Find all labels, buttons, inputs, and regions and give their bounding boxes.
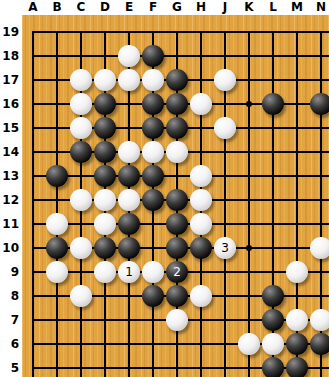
col-label-M: M bbox=[285, 0, 309, 15]
intersection-K17[interactable] bbox=[237, 68, 261, 92]
intersection-A13[interactable] bbox=[21, 164, 45, 188]
go-board-diagram: 312 ABCDEFGHJKLMN19181716151413121110987… bbox=[0, 0, 329, 377]
intersection-M7[interactable] bbox=[285, 308, 309, 332]
intersection-M11[interactable] bbox=[285, 212, 309, 236]
intersection-N7[interactable] bbox=[309, 308, 329, 332]
intersection-G17[interactable] bbox=[165, 68, 189, 92]
intersection-L17[interactable] bbox=[261, 68, 285, 92]
row-label-18: 18 bbox=[0, 48, 19, 64]
intersection-J10[interactable]: 3 bbox=[213, 236, 237, 260]
stone-black-D16 bbox=[94, 93, 116, 115]
intersection-H5[interactable] bbox=[189, 356, 213, 377]
intersection-H14[interactable] bbox=[189, 140, 213, 164]
stone-white-H11 bbox=[190, 213, 212, 235]
stone-white-H13 bbox=[190, 165, 212, 187]
stone-white-M7 bbox=[286, 309, 308, 331]
intersection-G6[interactable] bbox=[165, 332, 189, 356]
row-label-11: 11 bbox=[0, 216, 19, 232]
intersection-C19[interactable] bbox=[69, 20, 93, 44]
intersection-F19[interactable] bbox=[141, 20, 165, 44]
stone-white-C15 bbox=[70, 117, 92, 139]
row-label-14: 14 bbox=[0, 144, 19, 160]
col-label-E: E bbox=[117, 0, 141, 15]
intersection-G19[interactable] bbox=[165, 20, 189, 44]
intersection-B13[interactable] bbox=[45, 164, 69, 188]
intersection-B15[interactable] bbox=[45, 116, 69, 140]
col-label-K: K bbox=[237, 0, 261, 15]
intersection-C17[interactable] bbox=[69, 68, 93, 92]
row-label-5: 5 bbox=[0, 360, 19, 376]
intersection-L13[interactable] bbox=[261, 164, 285, 188]
intersection-N5[interactable] bbox=[309, 356, 329, 377]
intersection-N12[interactable] bbox=[309, 188, 329, 212]
stone-black-N16 bbox=[310, 93, 329, 115]
intersection-B18[interactable] bbox=[45, 44, 69, 68]
intersection-J17[interactable] bbox=[213, 68, 237, 92]
intersection-J16[interactable] bbox=[213, 92, 237, 116]
intersection-C9[interactable] bbox=[69, 260, 93, 284]
col-label-L: L bbox=[261, 0, 285, 15]
stone-white-D12 bbox=[94, 189, 116, 211]
intersection-G11[interactable] bbox=[165, 212, 189, 236]
intersection-E7[interactable] bbox=[117, 308, 141, 332]
stone-black-D14 bbox=[94, 141, 116, 163]
intersection-N9[interactable] bbox=[309, 260, 329, 284]
row-label-9: 9 bbox=[0, 264, 19, 280]
intersection-B7[interactable] bbox=[45, 308, 69, 332]
intersection-C6[interactable] bbox=[69, 332, 93, 356]
stone-white-C10 bbox=[70, 237, 92, 259]
intersection-E13[interactable] bbox=[117, 164, 141, 188]
intersection-H9[interactable] bbox=[189, 260, 213, 284]
intersection-C14[interactable] bbox=[69, 140, 93, 164]
intersection-G13[interactable] bbox=[165, 164, 189, 188]
intersection-A6[interactable] bbox=[21, 332, 45, 356]
stone-white-J15 bbox=[214, 117, 236, 139]
stone-white-M9 bbox=[286, 261, 308, 283]
stone-white-E17 bbox=[118, 69, 140, 91]
intersection-E17[interactable] bbox=[117, 68, 141, 92]
intersection-B9[interactable] bbox=[45, 260, 69, 284]
intersection-J14[interactable] bbox=[213, 140, 237, 164]
row-label-15: 15 bbox=[0, 120, 19, 136]
intersection-J15[interactable] bbox=[213, 116, 237, 140]
intersection-H15[interactable] bbox=[189, 116, 213, 140]
col-label-J: J bbox=[213, 0, 237, 15]
intersection-A11[interactable] bbox=[21, 212, 45, 236]
stone-black-F12 bbox=[142, 189, 164, 211]
stone-black-G8 bbox=[166, 285, 188, 307]
intersection-N10[interactable] bbox=[309, 236, 329, 260]
stone-white-E14 bbox=[118, 141, 140, 163]
intersection-N16[interactable] bbox=[309, 92, 329, 116]
stone-white-C12 bbox=[70, 189, 92, 211]
stone-black-D10 bbox=[94, 237, 116, 259]
stone-black-L5 bbox=[262, 357, 284, 377]
intersection-C7[interactable] bbox=[69, 308, 93, 332]
stone-black-M6 bbox=[286, 333, 308, 355]
row-label-19: 19 bbox=[0, 24, 19, 40]
intersection-M8[interactable] bbox=[285, 284, 309, 308]
intersection-D10[interactable] bbox=[93, 236, 117, 260]
intersection-D8[interactable] bbox=[93, 284, 117, 308]
intersection-G10[interactable] bbox=[165, 236, 189, 260]
intersection-A12[interactable] bbox=[21, 188, 45, 212]
col-label-H: H bbox=[189, 0, 213, 15]
stone-black-M5 bbox=[286, 357, 308, 377]
intersection-B12[interactable] bbox=[45, 188, 69, 212]
intersection-M9[interactable] bbox=[285, 260, 309, 284]
stone-black-G16 bbox=[166, 93, 188, 115]
intersection-K7[interactable] bbox=[237, 308, 261, 332]
stone-black-E11 bbox=[118, 213, 140, 235]
intersection-F17[interactable] bbox=[141, 68, 165, 92]
intersection-D16[interactable] bbox=[93, 92, 117, 116]
intersection-L11[interactable] bbox=[261, 212, 285, 236]
intersection-B8[interactable] bbox=[45, 284, 69, 308]
intersection-J8[interactable] bbox=[213, 284, 237, 308]
intersection-B5[interactable] bbox=[45, 356, 69, 377]
col-label-B: B bbox=[45, 0, 69, 15]
intersection-F16[interactable] bbox=[141, 92, 165, 116]
intersection-M12[interactable] bbox=[285, 188, 309, 212]
intersection-K11[interactable] bbox=[237, 212, 261, 236]
intersection-A14[interactable] bbox=[21, 140, 45, 164]
intersection-G15[interactable] bbox=[165, 116, 189, 140]
intersection-K15[interactable] bbox=[237, 116, 261, 140]
stone-white-F17 bbox=[142, 69, 164, 91]
intersection-L10[interactable] bbox=[261, 236, 285, 260]
intersection-H13[interactable] bbox=[189, 164, 213, 188]
intersection-A8[interactable] bbox=[21, 284, 45, 308]
intersection-C5[interactable] bbox=[69, 356, 93, 377]
board-grid: 312 bbox=[21, 20, 329, 377]
intersection-M16[interactable] bbox=[285, 92, 309, 116]
stone-white-J10: 3 bbox=[214, 237, 236, 259]
intersection-K5[interactable] bbox=[237, 356, 261, 377]
intersection-N17[interactable] bbox=[309, 68, 329, 92]
stone-white-N7 bbox=[310, 309, 329, 331]
intersection-M5[interactable] bbox=[285, 356, 309, 377]
intersection-N8[interactable] bbox=[309, 284, 329, 308]
stone-white-D17 bbox=[94, 69, 116, 91]
intersection-F18[interactable] bbox=[141, 44, 165, 68]
intersection-L12[interactable] bbox=[261, 188, 285, 212]
intersection-K13[interactable] bbox=[237, 164, 261, 188]
row-label-17: 17 bbox=[0, 72, 19, 88]
stone-white-F14 bbox=[142, 141, 164, 163]
intersection-D9[interactable] bbox=[93, 260, 117, 284]
intersection-B19[interactable] bbox=[45, 20, 69, 44]
intersection-H18[interactable] bbox=[189, 44, 213, 68]
stone-white-G14 bbox=[166, 141, 188, 163]
intersection-B16[interactable] bbox=[45, 92, 69, 116]
intersection-D6[interactable] bbox=[93, 332, 117, 356]
intersection-E14[interactable] bbox=[117, 140, 141, 164]
intersection-J9[interactable] bbox=[213, 260, 237, 284]
row-label-7: 7 bbox=[0, 312, 19, 328]
intersection-C11[interactable] bbox=[69, 212, 93, 236]
intersection-L16[interactable] bbox=[261, 92, 285, 116]
intersection-A9[interactable] bbox=[21, 260, 45, 284]
intersection-A15[interactable] bbox=[21, 116, 45, 140]
intersection-G5[interactable] bbox=[165, 356, 189, 377]
stone-black-D15 bbox=[94, 117, 116, 139]
intersection-A16[interactable] bbox=[21, 92, 45, 116]
intersection-F5[interactable] bbox=[141, 356, 165, 377]
stone-black-H10 bbox=[190, 237, 212, 259]
intersection-E12[interactable] bbox=[117, 188, 141, 212]
intersection-N18[interactable] bbox=[309, 44, 329, 68]
stone-black-C14 bbox=[70, 141, 92, 163]
intersection-E5[interactable] bbox=[117, 356, 141, 377]
intersection-K16[interactable] bbox=[237, 92, 261, 116]
intersection-A10[interactable] bbox=[21, 236, 45, 260]
intersection-H19[interactable] bbox=[189, 20, 213, 44]
stone-white-E9: 1 bbox=[118, 261, 140, 283]
stone-black-G12 bbox=[166, 189, 188, 211]
stone-black-E10 bbox=[118, 237, 140, 259]
intersection-J18[interactable] bbox=[213, 44, 237, 68]
intersection-A5[interactable] bbox=[21, 356, 45, 377]
stone-black-E13 bbox=[118, 165, 140, 187]
intersection-F15[interactable] bbox=[141, 116, 165, 140]
stone-white-H16 bbox=[190, 93, 212, 115]
intersection-C10[interactable] bbox=[69, 236, 93, 260]
intersection-F14[interactable] bbox=[141, 140, 165, 164]
intersection-K19[interactable] bbox=[237, 20, 261, 44]
intersection-C13[interactable] bbox=[69, 164, 93, 188]
intersection-J6[interactable] bbox=[213, 332, 237, 356]
col-label-A: A bbox=[21, 0, 45, 15]
intersection-K8[interactable] bbox=[237, 284, 261, 308]
stone-black-G17 bbox=[166, 69, 188, 91]
stone-white-G7 bbox=[166, 309, 188, 331]
intersection-G8[interactable] bbox=[165, 284, 189, 308]
intersection-D18[interactable] bbox=[93, 44, 117, 68]
stone-white-D9 bbox=[94, 261, 116, 283]
intersection-B6[interactable] bbox=[45, 332, 69, 356]
stone-white-F9 bbox=[142, 261, 164, 283]
intersection-F10[interactable] bbox=[141, 236, 165, 260]
intersection-N13[interactable] bbox=[309, 164, 329, 188]
intersection-H17[interactable] bbox=[189, 68, 213, 92]
row-label-8: 8 bbox=[0, 288, 19, 304]
intersection-H7[interactable] bbox=[189, 308, 213, 332]
intersection-J11[interactable] bbox=[213, 212, 237, 236]
intersection-D12[interactable] bbox=[93, 188, 117, 212]
intersection-D5[interactable] bbox=[93, 356, 117, 377]
intersection-F12[interactable] bbox=[141, 188, 165, 212]
row-label-6: 6 bbox=[0, 336, 19, 352]
intersection-J5[interactable] bbox=[213, 356, 237, 377]
intersection-L8[interactable] bbox=[261, 284, 285, 308]
stone-black-F16 bbox=[142, 93, 164, 115]
intersection-L9[interactable] bbox=[261, 260, 285, 284]
stone-black-D13 bbox=[94, 165, 116, 187]
stone-white-J17 bbox=[214, 69, 236, 91]
stone-black-B13 bbox=[46, 165, 68, 187]
intersection-D17[interactable] bbox=[93, 68, 117, 92]
intersection-D19[interactable] bbox=[93, 20, 117, 44]
col-label-N: N bbox=[309, 0, 329, 15]
intersection-E10[interactable] bbox=[117, 236, 141, 260]
intersection-M6[interactable] bbox=[285, 332, 309, 356]
intersection-M13[interactable] bbox=[285, 164, 309, 188]
intersection-G12[interactable] bbox=[165, 188, 189, 212]
stone-black-G15 bbox=[166, 117, 188, 139]
intersection-K12[interactable] bbox=[237, 188, 261, 212]
intersection-E6[interactable] bbox=[117, 332, 141, 356]
intersection-C15[interactable] bbox=[69, 116, 93, 140]
intersection-M17[interactable] bbox=[285, 68, 309, 92]
stone-black-F8 bbox=[142, 285, 164, 307]
intersection-N15[interactable] bbox=[309, 116, 329, 140]
col-label-C: C bbox=[69, 0, 93, 15]
stone-white-N10 bbox=[310, 237, 329, 259]
move-number-1: 1 bbox=[125, 265, 133, 279]
col-label-F: F bbox=[141, 0, 165, 15]
intersection-M10[interactable] bbox=[285, 236, 309, 260]
intersection-K14[interactable] bbox=[237, 140, 261, 164]
intersection-M18[interactable] bbox=[285, 44, 309, 68]
intersection-L14[interactable] bbox=[261, 140, 285, 164]
star-point-K10 bbox=[246, 245, 252, 251]
intersection-F9[interactable] bbox=[141, 260, 165, 284]
intersection-C18[interactable] bbox=[69, 44, 93, 68]
intersection-B17[interactable] bbox=[45, 68, 69, 92]
intersection-H11[interactable] bbox=[189, 212, 213, 236]
stone-black-F15 bbox=[142, 117, 164, 139]
intersection-E8[interactable] bbox=[117, 284, 141, 308]
intersection-B14[interactable] bbox=[45, 140, 69, 164]
intersection-E9[interactable]: 1 bbox=[117, 260, 141, 284]
stone-black-N6 bbox=[310, 333, 329, 355]
intersection-C16[interactable] bbox=[69, 92, 93, 116]
intersection-C8[interactable] bbox=[69, 284, 93, 308]
stone-white-H12 bbox=[190, 189, 212, 211]
intersection-C12[interactable] bbox=[69, 188, 93, 212]
stone-black-B10 bbox=[46, 237, 68, 259]
intersection-L19[interactable] bbox=[261, 20, 285, 44]
intersection-K10[interactable] bbox=[237, 236, 261, 260]
intersection-K6[interactable] bbox=[237, 332, 261, 356]
intersection-A19[interactable] bbox=[21, 20, 45, 44]
intersection-G14[interactable] bbox=[165, 140, 189, 164]
intersection-H12[interactable] bbox=[189, 188, 213, 212]
intersection-N11[interactable] bbox=[309, 212, 329, 236]
move-number-2: 2 bbox=[173, 265, 181, 279]
intersection-M14[interactable] bbox=[285, 140, 309, 164]
stone-white-E18 bbox=[118, 45, 140, 67]
stone-black-F18 bbox=[142, 45, 164, 67]
stone-black-L8 bbox=[262, 285, 284, 307]
intersection-M19[interactable] bbox=[285, 20, 309, 44]
intersection-J7[interactable] bbox=[213, 308, 237, 332]
row-label-12: 12 bbox=[0, 192, 19, 208]
intersection-F8[interactable] bbox=[141, 284, 165, 308]
stone-black-L7 bbox=[262, 309, 284, 331]
intersection-H16[interactable] bbox=[189, 92, 213, 116]
move-number-3: 3 bbox=[221, 241, 229, 255]
intersection-K9[interactable] bbox=[237, 260, 261, 284]
intersection-K18[interactable] bbox=[237, 44, 261, 68]
intersection-L5[interactable] bbox=[261, 356, 285, 377]
intersection-F6[interactable] bbox=[141, 332, 165, 356]
intersection-M15[interactable] bbox=[285, 116, 309, 140]
intersection-F11[interactable] bbox=[141, 212, 165, 236]
intersection-G7[interactable] bbox=[165, 308, 189, 332]
intersection-G16[interactable] bbox=[165, 92, 189, 116]
intersection-E19[interactable] bbox=[117, 20, 141, 44]
intersection-D15[interactable] bbox=[93, 116, 117, 140]
intersection-D7[interactable] bbox=[93, 308, 117, 332]
intersection-A17[interactable] bbox=[21, 68, 45, 92]
stone-white-D11 bbox=[94, 213, 116, 235]
col-label-G: G bbox=[165, 0, 189, 15]
intersection-L7[interactable] bbox=[261, 308, 285, 332]
intersection-N19[interactable] bbox=[309, 20, 329, 44]
intersection-A7[interactable] bbox=[21, 308, 45, 332]
row-label-16: 16 bbox=[0, 96, 19, 112]
stone-white-E12 bbox=[118, 189, 140, 211]
intersection-D11[interactable] bbox=[93, 212, 117, 236]
stone-black-G10 bbox=[166, 237, 188, 259]
intersection-D13[interactable] bbox=[93, 164, 117, 188]
intersection-H6[interactable] bbox=[189, 332, 213, 356]
col-label-D: D bbox=[93, 0, 117, 15]
intersection-G9[interactable]: 2 bbox=[165, 260, 189, 284]
intersection-B11[interactable] bbox=[45, 212, 69, 236]
intersection-A18[interactable] bbox=[21, 44, 45, 68]
intersection-F13[interactable] bbox=[141, 164, 165, 188]
stone-white-B11 bbox=[46, 213, 68, 235]
intersection-N6[interactable] bbox=[309, 332, 329, 356]
intersection-J12[interactable] bbox=[213, 188, 237, 212]
stone-black-G11 bbox=[166, 213, 188, 235]
intersection-J19[interactable] bbox=[213, 20, 237, 44]
intersection-D14[interactable] bbox=[93, 140, 117, 164]
intersection-N14[interactable] bbox=[309, 140, 329, 164]
intersection-H8[interactable] bbox=[189, 284, 213, 308]
star-point-K16 bbox=[246, 101, 252, 107]
intersection-E11[interactable] bbox=[117, 212, 141, 236]
stone-white-C16 bbox=[70, 93, 92, 115]
intersection-J13[interactable] bbox=[213, 164, 237, 188]
intersection-L6[interactable] bbox=[261, 332, 285, 356]
row-label-13: 13 bbox=[0, 168, 19, 184]
stone-white-B9 bbox=[46, 261, 68, 283]
intersection-H10[interactable] bbox=[189, 236, 213, 260]
stone-white-K6 bbox=[238, 333, 260, 355]
intersection-F7[interactable] bbox=[141, 308, 165, 332]
row-label-10: 10 bbox=[0, 240, 19, 256]
intersection-L18[interactable] bbox=[261, 44, 285, 68]
intersection-G18[interactable] bbox=[165, 44, 189, 68]
stone-white-C8 bbox=[70, 285, 92, 307]
stone-white-H8 bbox=[190, 285, 212, 307]
intersection-E18[interactable] bbox=[117, 44, 141, 68]
stone-white-L6 bbox=[262, 333, 284, 355]
intersection-E15[interactable] bbox=[117, 116, 141, 140]
stone-white-C17 bbox=[70, 69, 92, 91]
stone-black-F13 bbox=[142, 165, 164, 187]
stone-black-L16 bbox=[262, 93, 284, 115]
intersection-L15[interactable] bbox=[261, 116, 285, 140]
stone-black-G9: 2 bbox=[166, 261, 188, 283]
intersection-B10[interactable] bbox=[45, 236, 69, 260]
intersection-E16[interactable] bbox=[117, 92, 141, 116]
